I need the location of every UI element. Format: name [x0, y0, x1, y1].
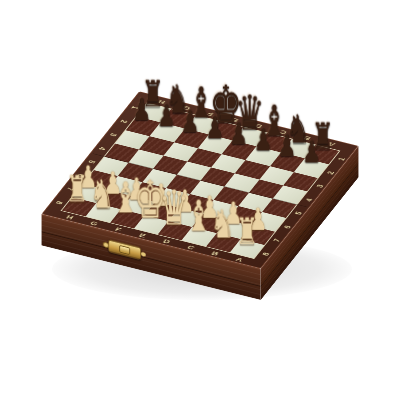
- light-queen-glyph: ♛: [160, 184, 190, 232]
- light-pawn-glyph: ♟: [152, 181, 171, 211]
- light-pawn-glyph: ♟: [176, 187, 195, 217]
- chess-set: HGFEDCBA HGFEDCBA 12345678 12345678 ♜♞♝♛…: [42, 91, 359, 268]
- brass-clasp: [108, 239, 141, 260]
- light-pawn-glyph: ♟: [248, 205, 267, 235]
- light-knight-glyph: ♞: [90, 174, 114, 213]
- piece-light-knight-b8: ♞: [201, 170, 245, 242]
- light-rook-glyph: ♜: [236, 213, 258, 249]
- light-king-glyph: ♚: [134, 173, 166, 225]
- light-pawn-glyph: ♟: [200, 193, 219, 223]
- light-bishop-glyph: ♝: [113, 177, 139, 219]
- product-photo: HGFEDCBA HGFEDCBA 12345678 12345678 ♜♞♝♛…: [0, 0, 400, 400]
- light-knight-glyph: ♞: [211, 204, 235, 243]
- piece-light-rook-a8: ♜: [225, 176, 269, 248]
- light-pawn-glyph: ♟: [224, 199, 243, 229]
- light-bishop-glyph: ♝: [186, 195, 212, 237]
